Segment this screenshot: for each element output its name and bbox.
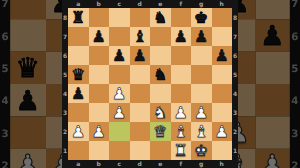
square-e7[interactable] — [150, 27, 171, 46]
white-pawn: ♟ — [255, 149, 290, 168]
file-label-f: f — [171, 160, 192, 168]
file-labels-top: abcdefgh — [62, 0, 238, 8]
square-a2[interactable]: ♟ — [68, 122, 89, 141]
rank-labels-right: 87654321 — [232, 8, 238, 160]
board-corner — [232, 160, 238, 168]
square-c7[interactable] — [109, 27, 130, 46]
white-rook[interactable]: ♜ — [171, 141, 192, 160]
square-a8[interactable]: ♜ — [68, 8, 89, 27]
square-h2[interactable]: ♟ — [212, 122, 233, 141]
rank-label-4: 4 — [290, 84, 300, 116]
white-bishop[interactable]: ♝ — [191, 122, 212, 141]
square-f2[interactable]: ♝ — [171, 122, 192, 141]
square-a5[interactable]: ♛ — [68, 65, 89, 84]
black-knight[interactable]: ♞ — [150, 8, 171, 27]
square-a2: ♟ — [10, 149, 45, 168]
black-pawn[interactable]: ♟ — [171, 27, 192, 46]
file-label-f: f — [171, 0, 192, 8]
square-d7[interactable]: ♝ — [130, 27, 151, 46]
square-h4 — [255, 84, 290, 116]
white-pawn[interactable]: ♟ — [68, 122, 89, 141]
square-h3[interactable] — [212, 103, 233, 122]
square-d1[interactable] — [130, 141, 151, 160]
square-h2: ♟ — [255, 149, 290, 168]
square-h7[interactable] — [212, 27, 233, 46]
black-pawn[interactable]: ♟ — [191, 27, 212, 46]
black-queen[interactable]: ♛ — [68, 65, 89, 84]
rank-label-3: 3 — [232, 103, 238, 122]
rank-label-7: 7 — [232, 27, 238, 46]
square-h3 — [255, 116, 290, 148]
video-frame: abcdefgh87654321♜♞♚♟♝♟♟♟♟♟♛♞♟♟♟♞♟♟♟♟♛♝♝♟… — [0, 0, 300, 168]
board-middle: 87654321♜♞♚♟♝♟♟♟♟♟♛♞♟♟♟♞♟♟♟♟♛♝♝♟♜♚876543… — [62, 8, 238, 160]
square-d5[interactable] — [130, 65, 151, 84]
square-c4[interactable]: ♟ — [109, 84, 130, 103]
square-a5: ♛ — [10, 52, 45, 84]
black-knight[interactable]: ♞ — [150, 65, 171, 84]
square-c2[interactable] — [109, 122, 130, 141]
rank-label-2: 2 — [0, 149, 10, 168]
square-b3[interactable] — [89, 103, 110, 122]
square-e5[interactable]: ♞ — [150, 65, 171, 84]
white-pawn[interactable]: ♟ — [212, 122, 233, 141]
file-label-d: d — [130, 160, 151, 168]
white-king[interactable]: ♚ — [191, 141, 212, 160]
file-label-b: b — [89, 160, 110, 168]
chess-board: abcdefgh87654321♜♞♚♟♝♟♟♟♟♟♛♞♟♟♟♞♟♟♟♟♛♝♝♟… — [62, 0, 238, 168]
black-king[interactable]: ♚ — [191, 8, 212, 27]
white-bishop[interactable]: ♝ — [171, 122, 192, 141]
square-f8[interactable] — [171, 8, 192, 27]
square-c5[interactable] — [109, 65, 130, 84]
black-pawn[interactable]: ♟ — [109, 46, 130, 65]
file-label-h: h — [212, 0, 233, 8]
squares-grid: ♜♞♚♟♝♟♟♟♟♟♛♞♟♟♟♞♟♟♟♟♛♝♝♟♜♚ — [68, 8, 232, 160]
rank-label-2: 2 — [232, 122, 238, 141]
square-a3 — [10, 116, 45, 148]
rank-label-4: 4 — [0, 84, 10, 116]
square-e4[interactable] — [150, 84, 171, 103]
square-c8[interactable] — [109, 8, 130, 27]
white-pawn[interactable]: ♟ — [171, 103, 192, 122]
square-h6: ♟ — [255, 19, 290, 51]
square-c6[interactable]: ♟ — [109, 46, 130, 65]
white-queen[interactable]: ♛ — [150, 122, 171, 141]
square-f5[interactable] — [171, 65, 192, 84]
square-h8[interactable] — [212, 8, 233, 27]
rank-label-4: 4 — [232, 84, 238, 103]
rank-label-1: 1 — [232, 141, 238, 160]
square-d8[interactable] — [130, 8, 151, 27]
square-f6[interactable] — [171, 46, 192, 65]
square-h1[interactable] — [212, 141, 233, 160]
file-label-c: c — [109, 160, 130, 168]
black-pawn: ♟ — [10, 84, 45, 116]
rank-label-7: 7 — [0, 0, 10, 19]
square-a3[interactable] — [68, 103, 89, 122]
file-label-e: e — [150, 160, 171, 168]
square-g3[interactable]: ♟ — [191, 103, 212, 122]
white-pawn[interactable]: ♟ — [89, 122, 110, 141]
square-b4[interactable] — [89, 84, 110, 103]
file-labels-bottom: abcdefgh — [62, 160, 238, 168]
rank-label-5: 5 — [290, 52, 300, 84]
square-g8[interactable]: ♚ — [191, 8, 212, 27]
square-h4[interactable] — [212, 84, 233, 103]
square-a4[interactable]: ♟ — [68, 84, 89, 103]
rank-label-7: 7 — [290, 0, 300, 19]
rank-labels-left: 87654321 — [0, 0, 10, 168]
black-rook[interactable]: ♜ — [68, 8, 89, 27]
square-g5[interactable] — [191, 65, 212, 84]
square-h7 — [255, 0, 290, 19]
rank-label-6: 6 — [232, 46, 238, 65]
square-b1[interactable] — [89, 141, 110, 160]
black-pawn: ♟ — [255, 19, 290, 51]
square-c3[interactable]: ♟ — [109, 103, 130, 122]
square-e3[interactable]: ♞ — [150, 103, 171, 122]
square-g7[interactable]: ♟ — [191, 27, 212, 46]
file-label-b: b — [89, 0, 110, 8]
file-label-h: h — [212, 160, 233, 168]
square-e1[interactable] — [150, 141, 171, 160]
black-pawn[interactable]: ♟ — [130, 46, 151, 65]
black-pawn[interactable]: ♟ — [212, 46, 233, 65]
file-label-c: c — [109, 0, 130, 8]
square-b2[interactable]: ♟ — [89, 122, 110, 141]
file-label-a: a — [68, 0, 89, 8]
square-d3[interactable] — [130, 103, 151, 122]
square-g4[interactable] — [191, 84, 212, 103]
white-pawn[interactable]: ♟ — [109, 103, 130, 122]
rank-label-8: 8 — [232, 8, 238, 27]
file-label-a: a — [68, 160, 89, 168]
white-pawn: ♟ — [10, 149, 45, 168]
rank-label-5: 5 — [0, 52, 10, 84]
rank-label-3: 3 — [290, 116, 300, 148]
square-g1[interactable]: ♚ — [191, 141, 212, 160]
square-g6[interactable] — [191, 46, 212, 65]
file-label-g: g — [191, 160, 212, 168]
rank-labels-right: 87654321 — [290, 0, 300, 168]
white-pawn[interactable]: ♟ — [109, 84, 130, 103]
square-h6[interactable]: ♟ — [212, 46, 233, 65]
square-b7[interactable]: ♟ — [89, 27, 110, 46]
square-a1[interactable] — [68, 141, 89, 160]
square-a7[interactable] — [68, 27, 89, 46]
square-f3[interactable]: ♟ — [171, 103, 192, 122]
square-e2[interactable]: ♛ — [150, 122, 171, 141]
square-f1[interactable]: ♜ — [171, 141, 192, 160]
file-label-d: d — [130, 0, 151, 8]
black-pawn[interactable]: ♟ — [89, 27, 110, 46]
square-g2[interactable]: ♝ — [191, 122, 212, 141]
square-h5 — [255, 52, 290, 84]
rank-label-5: 5 — [232, 65, 238, 84]
square-b5[interactable] — [89, 65, 110, 84]
square-d2[interactable] — [130, 122, 151, 141]
square-b6[interactable] — [89, 46, 110, 65]
rank-label-6: 6 — [0, 19, 10, 51]
square-a6[interactable] — [68, 46, 89, 65]
rank-label-3: 3 — [0, 116, 10, 148]
square-f7[interactable]: ♟ — [171, 27, 192, 46]
board-corner — [232, 0, 238, 8]
square-e6[interactable] — [150, 46, 171, 65]
square-a7 — [10, 0, 45, 19]
square-a6 — [10, 19, 45, 51]
file-label-e: e — [150, 0, 171, 8]
square-a4: ♟ — [10, 84, 45, 116]
square-c1[interactable] — [109, 141, 130, 160]
square-d4[interactable] — [130, 84, 151, 103]
black-bishop[interactable]: ♝ — [130, 27, 151, 46]
white-pawn[interactable]: ♟ — [191, 103, 212, 122]
square-h5[interactable] — [212, 65, 233, 84]
black-queen: ♛ — [10, 52, 45, 84]
square-e8[interactable]: ♞ — [150, 8, 171, 27]
rank-label-2: 2 — [290, 149, 300, 168]
rank-label-6: 6 — [290, 19, 300, 51]
file-label-g: g — [191, 0, 212, 8]
square-d6[interactable]: ♟ — [130, 46, 151, 65]
square-f4[interactable] — [171, 84, 192, 103]
black-pawn[interactable]: ♟ — [68, 84, 89, 103]
square-b8[interactable] — [89, 8, 110, 27]
white-knight[interactable]: ♞ — [150, 103, 171, 122]
